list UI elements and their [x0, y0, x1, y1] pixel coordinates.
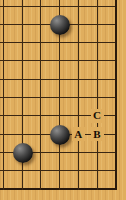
- black-stone: [50, 125, 70, 145]
- point-label-B[interactable]: B: [91, 127, 104, 141]
- go-board[interactable]: ABC: [0, 0, 126, 200]
- screenshot: ABC: [0, 0, 126, 200]
- point-label-A[interactable]: A: [72, 127, 85, 141]
- grid-vline: [78, 0, 79, 190]
- black-stone: [13, 143, 33, 163]
- point-label-C[interactable]: C: [91, 109, 104, 123]
- grid-vline: [97, 0, 98, 190]
- grid-vline: [3, 0, 4, 190]
- grid-vline: [40, 0, 41, 190]
- black-stone: [50, 15, 70, 35]
- board-right-edge-line: [115, 0, 117, 190]
